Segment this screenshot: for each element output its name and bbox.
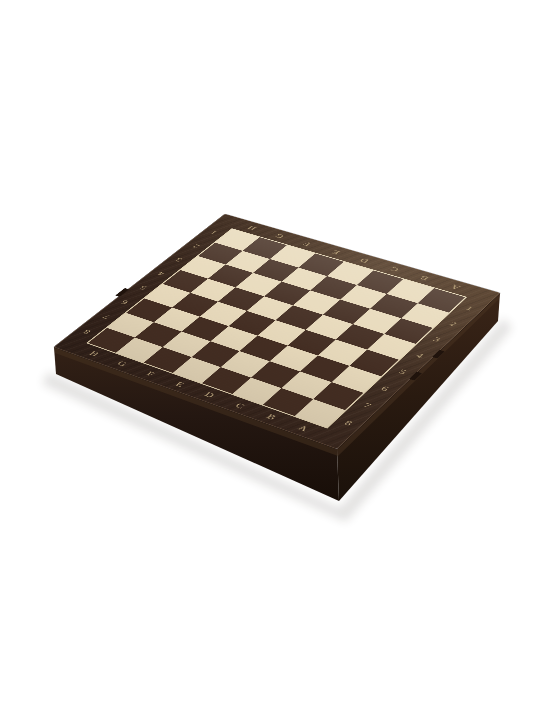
file-label-bottom-C: C <box>234 402 247 410</box>
file-label-top-E: E <box>330 249 341 255</box>
rank-label-left-2: 2 <box>191 243 201 249</box>
rank-label-right-1: 1 <box>464 305 474 311</box>
file-label-bottom-A: A <box>296 424 310 432</box>
rank-label-left-4: 4 <box>156 271 166 277</box>
file-label-top-F: F <box>302 241 312 247</box>
rank-label-left-7: 7 <box>101 314 111 320</box>
rank-label-left-8: 8 <box>82 328 93 334</box>
file-label-bottom-F: F <box>145 370 156 377</box>
rank-label-right-3: 3 <box>431 336 442 343</box>
rank-label-right-6: 6 <box>379 385 390 392</box>
rank-label-right-8: 8 <box>343 419 354 427</box>
rank-label-right-2: 2 <box>448 321 458 328</box>
rank-label-right-7: 7 <box>361 402 372 409</box>
rank-label-left-5: 5 <box>138 285 148 291</box>
file-label-top-H: H <box>246 225 258 231</box>
file-label-bottom-E: E <box>174 381 186 388</box>
file-label-top-A: A <box>449 283 461 290</box>
file-label-top-C: C <box>389 266 401 272</box>
file-label-top-G: G <box>274 233 286 239</box>
file-label-bottom-D: D <box>203 391 216 399</box>
rank-label-right-4: 4 <box>414 352 425 359</box>
rank-label-right-5: 5 <box>397 368 408 375</box>
file-label-bottom-G: G <box>116 360 129 367</box>
rank-label-left-1: 1 <box>209 230 219 236</box>
product-photo-scene: HGFEDCBAHGFEDCBA1234567812345678 <box>0 0 540 720</box>
file-label-top-D: D <box>359 257 371 264</box>
rank-label-left-3: 3 <box>174 257 184 263</box>
rank-label-left-6: 6 <box>120 299 130 305</box>
file-label-bottom-B: B <box>265 413 278 421</box>
file-label-bottom-H: H <box>88 350 101 357</box>
file-label-top-B: B <box>419 275 431 282</box>
